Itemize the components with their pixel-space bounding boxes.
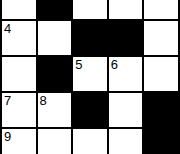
black-cell <box>144 129 178 154</box>
grid-cell[interactable]: 4 <box>2 21 36 55</box>
clue-number: 5 <box>75 58 82 71</box>
grid-cell[interactable] <box>109 0 143 19</box>
crossword-viewport: 456789 <box>0 0 180 154</box>
clue-number: 8 <box>40 94 47 107</box>
grid-cell[interactable] <box>73 0 107 19</box>
clue-number: 7 <box>4 94 11 107</box>
grid-cell[interactable] <box>109 93 143 127</box>
grid-cell[interactable]: 6 <box>109 57 143 91</box>
grid-cell[interactable] <box>38 21 72 55</box>
black-cell <box>109 21 143 55</box>
grid-cell[interactable] <box>73 129 107 154</box>
grid-cell[interactable] <box>2 0 36 19</box>
black-cell <box>73 93 107 127</box>
black-cell <box>73 21 107 55</box>
grid-cell[interactable] <box>144 21 178 55</box>
clue-number: 6 <box>111 58 118 71</box>
black-cell <box>144 93 178 127</box>
grid-cell[interactable] <box>144 0 178 19</box>
clue-number: 4 <box>4 22 11 35</box>
grid-cell[interactable]: 8 <box>38 93 72 127</box>
crossword-grid: 456789 <box>0 0 180 154</box>
black-cell <box>38 57 72 91</box>
grid-cell[interactable]: 5 <box>73 57 107 91</box>
clue-number: 9 <box>4 130 11 143</box>
grid-cell[interactable] <box>38 129 72 154</box>
grid-cell[interactable]: 7 <box>2 93 36 127</box>
grid-cell[interactable] <box>144 57 178 91</box>
black-cell <box>38 0 72 19</box>
grid-cell[interactable] <box>2 57 36 91</box>
grid-cell[interactable]: 9 <box>2 129 36 154</box>
grid-cell[interactable] <box>109 129 143 154</box>
